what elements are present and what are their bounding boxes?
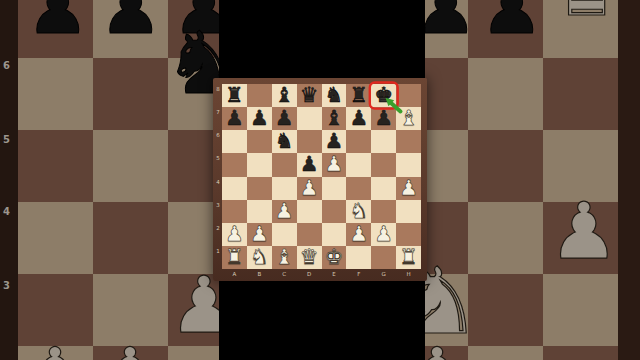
square-g3[interactable] — [371, 200, 396, 223]
board-rank-label: 8 — [215, 86, 222, 92]
piece-white-bishop-c1[interactable]: ♝ — [275, 247, 294, 268]
square-b1[interactable]: ♞ — [247, 246, 272, 269]
square-e4[interactable] — [322, 177, 347, 200]
square-a2[interactable]: ♟ — [222, 223, 247, 246]
square-e1[interactable]: ♚ — [322, 246, 347, 269]
square-c2[interactable] — [272, 223, 297, 246]
board-file-label: A — [233, 271, 237, 277]
square-a6[interactable] — [222, 130, 247, 153]
square-e2[interactable] — [322, 223, 347, 246]
square-f8[interactable]: ♜ — [346, 84, 371, 107]
piece-black-queen-d8[interactable]: ♛ — [300, 85, 319, 106]
piece-white-pawn-d4[interactable]: ♟ — [300, 178, 319, 199]
piece-black-rook-f8[interactable]: ♜ — [349, 85, 368, 106]
bg-square — [468, 58, 543, 130]
piece-black-pawn-f7[interactable]: ♟ — [349, 108, 368, 129]
square-g7[interactable]: ♟ — [371, 107, 396, 130]
piece-black-bishop-c8[interactable]: ♝ — [275, 85, 294, 106]
square-h4[interactable]: ♟ — [396, 177, 421, 200]
board-file-label: D — [307, 271, 311, 277]
piece-black-pawn-c7[interactable]: ♟ — [275, 108, 294, 129]
square-c7[interactable]: ♟ — [272, 107, 297, 130]
bg-rank-label: 5 — [3, 134, 10, 145]
square-f7[interactable]: ♟ — [346, 107, 371, 130]
square-g2[interactable]: ♟ — [371, 223, 396, 246]
piece-black-pawn-a7[interactable]: ♟ — [225, 108, 244, 129]
bg-square — [543, 274, 618, 346]
square-h7[interactable]: ♝ — [396, 107, 421, 130]
square-c4[interactable] — [272, 177, 297, 200]
square-g8[interactable]: ♚ — [371, 84, 396, 107]
board-file-label: G — [382, 271, 386, 277]
background-piece-white-queen: ♛ — [548, 0, 625, 28]
bg-rank-label: 4 — [3, 206, 10, 217]
square-h3[interactable] — [396, 200, 421, 223]
square-a7[interactable]: ♟ — [222, 107, 247, 130]
piece-white-pawn-c3[interactable]: ♟ — [275, 201, 294, 222]
piece-white-queen-d1[interactable]: ♛ — [300, 247, 319, 268]
square-d1[interactable]: ♛ — [297, 246, 322, 269]
piece-white-pawn-f2[interactable]: ♟ — [349, 224, 368, 245]
square-e7[interactable]: ♝ — [322, 107, 347, 130]
piece-white-pawn-g2[interactable]: ♟ — [374, 224, 393, 245]
bg-square — [93, 58, 168, 130]
piece-black-pawn-b7[interactable]: ♟ — [250, 108, 269, 129]
square-c1[interactable]: ♝ — [272, 246, 297, 269]
square-a4[interactable] — [222, 177, 247, 200]
square-f4[interactable] — [346, 177, 371, 200]
board-grid: ♜♝♛♞♜♚♟♟♟♝♟♟♝♞♟♟♟♟♟♟♞♟♟♟♟♜♞♝♛♚♜ — [222, 84, 421, 269]
square-a3[interactable] — [222, 200, 247, 223]
board-file-label: F — [357, 271, 360, 277]
piece-white-pawn-a2[interactable]: ♟ — [225, 224, 244, 245]
square-g1[interactable] — [371, 246, 396, 269]
square-g4[interactable] — [371, 177, 396, 200]
board-rank-label: 4 — [215, 179, 222, 185]
bg-square — [18, 58, 93, 130]
piece-white-pawn-b2[interactable]: ♟ — [250, 224, 269, 245]
square-d7[interactable] — [297, 107, 322, 130]
piece-black-knight-e8[interactable]: ♞ — [325, 85, 344, 106]
square-f5[interactable] — [346, 153, 371, 176]
board-rank-label: 6 — [215, 132, 222, 138]
square-h8[interactable] — [396, 84, 421, 107]
square-f3[interactable]: ♞ — [346, 200, 371, 223]
square-h1[interactable]: ♜ — [396, 246, 421, 269]
board-file-label: B — [257, 271, 261, 277]
piece-white-rook-a1[interactable]: ♜ — [225, 247, 244, 268]
square-c8[interactable]: ♝ — [272, 84, 297, 107]
background-piece-black-pawn: ♟ — [27, 0, 90, 44]
bg-square — [468, 130, 543, 202]
square-d6[interactable] — [297, 130, 322, 153]
square-b6[interactable] — [247, 130, 272, 153]
piece-black-king-g8[interactable]: ♚ — [374, 85, 393, 106]
piece-white-pawn-e5[interactable]: ♟ — [325, 154, 344, 175]
square-a1[interactable]: ♜ — [222, 246, 247, 269]
piece-black-knight-c6[interactable]: ♞ — [275, 131, 294, 152]
piece-black-pawn-d5[interactable]: ♟ — [300, 154, 319, 175]
background-piece-black-pawn: ♟ — [100, 0, 163, 44]
square-g6[interactable] — [371, 130, 396, 153]
board-file-label: C — [282, 271, 286, 277]
piece-black-pawn-g7[interactable]: ♟ — [374, 108, 393, 129]
board-rank-label: 2 — [215, 225, 222, 231]
square-e5[interactable]: ♟ — [322, 153, 347, 176]
square-b7[interactable]: ♟ — [247, 107, 272, 130]
square-f1[interactable] — [346, 246, 371, 269]
background-board-left-border — [0, 0, 18, 360]
square-f2[interactable]: ♟ — [346, 223, 371, 246]
square-b4[interactable] — [247, 177, 272, 200]
bg-square — [93, 202, 168, 274]
board-rank-label: 3 — [215, 202, 222, 208]
piece-white-knight-f3[interactable]: ♞ — [349, 201, 368, 222]
piece-white-bishop-h7[interactable]: ♝ — [399, 108, 418, 129]
square-b8[interactable] — [247, 84, 272, 107]
square-a5[interactable] — [222, 153, 247, 176]
piece-white-knight-b1[interactable]: ♞ — [250, 247, 269, 268]
square-f6[interactable] — [346, 130, 371, 153]
piece-white-pawn-h4[interactable]: ♟ — [399, 178, 418, 199]
bg-square — [543, 58, 618, 130]
bg-square — [543, 346, 618, 360]
square-d8[interactable]: ♛ — [297, 84, 322, 107]
square-h5[interactable] — [396, 153, 421, 176]
square-e8[interactable]: ♞ — [322, 84, 347, 107]
square-c3[interactable]: ♟ — [272, 200, 297, 223]
square-b5[interactable] — [247, 153, 272, 176]
square-d3[interactable] — [297, 200, 322, 223]
bg-rank-label: 3 — [3, 280, 10, 291]
square-d5[interactable]: ♟ — [297, 153, 322, 176]
background-piece-white-pawn: ♟ — [23, 338, 88, 360]
background-piece-white-pawn: ♟ — [98, 338, 163, 360]
square-a8[interactable]: ♜ — [222, 84, 247, 107]
board-rank-label: 1 — [215, 248, 222, 254]
square-b2[interactable]: ♟ — [247, 223, 272, 246]
piece-white-king-e1[interactable]: ♚ — [325, 247, 344, 268]
square-h6[interactable] — [396, 130, 421, 153]
square-e3[interactable] — [322, 200, 347, 223]
background-piece-white-pawn: ♟ — [549, 192, 619, 270]
bg-square — [18, 202, 93, 274]
bg-square — [18, 130, 93, 202]
piece-black-bishop-e7[interactable]: ♝ — [325, 108, 344, 129]
background-board-right-border — [618, 0, 640, 360]
square-d4[interactable]: ♟ — [297, 177, 322, 200]
square-c6[interactable]: ♞ — [272, 130, 297, 153]
piece-black-pawn-e6[interactable]: ♟ — [325, 131, 344, 152]
piece-black-rook-a8[interactable]: ♜ — [225, 85, 244, 106]
square-h2[interactable] — [396, 223, 421, 246]
square-g5[interactable] — [371, 153, 396, 176]
bg-rank-label: 6 — [3, 60, 10, 71]
video-frame: { "game": "chess", "scene": "greek-gift-… — [0, 0, 640, 360]
board-file-label: H — [406, 271, 410, 277]
chess-board: ♜♝♛♞♜♚♟♟♟♝♟♟♝♞♟♟♟♟♟♟♞♟♟♟♟♜♞♝♛♚♜ 87654321… — [213, 78, 427, 281]
board-rank-label: 5 — [215, 155, 222, 161]
square-e6[interactable]: ♟ — [322, 130, 347, 153]
bg-square — [93, 130, 168, 202]
board-file-label: E — [332, 271, 335, 277]
piece-white-rook-h1[interactable]: ♜ — [399, 247, 418, 268]
square-c5[interactable] — [272, 153, 297, 176]
background-piece-black-pawn: ♟ — [481, 0, 544, 44]
square-b3[interactable] — [247, 200, 272, 223]
board-rank-label: 7 — [215, 109, 222, 115]
square-d2[interactable] — [297, 223, 322, 246]
